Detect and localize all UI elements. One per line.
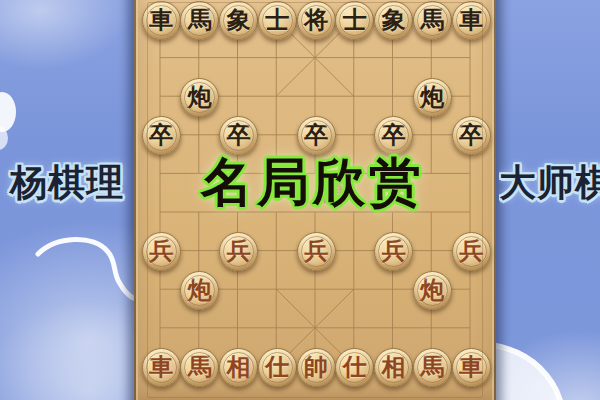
piece-glyph: 士 (343, 8, 367, 32)
piece-black-soldier[interactable]: 卒 (297, 116, 336, 155)
piece-glyph: 馬 (420, 355, 444, 379)
piece-glyph: 卒 (149, 123, 173, 147)
piece-glyph: 帥 (304, 355, 328, 379)
piece-black-general[interactable]: 将 (297, 1, 336, 40)
piece-glyph: 将 (304, 8, 328, 32)
piece-glyph: 炮 (188, 278, 212, 302)
piece-glyph: 卒 (382, 123, 406, 147)
piece-glyph: 卒 (459, 123, 483, 147)
piece-black-chariot[interactable]: 車 (142, 1, 181, 40)
piece-glyph: 馬 (420, 8, 444, 32)
piece-glyph: 卒 (227, 123, 251, 147)
piece-glyph: 象 (382, 8, 406, 32)
piece-glyph: 車 (459, 8, 483, 32)
piece-glyph: 兵 (459, 239, 483, 263)
piece-black-horse[interactable]: 馬 (413, 1, 452, 40)
piece-red-chariot[interactable]: 車 (142, 348, 181, 387)
piece-black-cannon[interactable]: 炮 (180, 78, 219, 117)
piece-red-horse[interactable]: 馬 (413, 348, 452, 387)
piece-red-horse[interactable]: 馬 (180, 348, 219, 387)
board-grid (136, 0, 494, 400)
piece-glyph: 炮 (420, 278, 444, 302)
piece-glyph: 兵 (227, 239, 251, 263)
piece-glyph: 相 (382, 355, 406, 379)
piece-black-soldier[interactable]: 卒 (452, 116, 491, 155)
piece-red-cannon[interactable]: 炮 (180, 271, 219, 310)
piece-glyph: 兵 (149, 239, 173, 263)
piece-red-elephant[interactable]: 相 (374, 348, 413, 387)
grid-lines (160, 19, 470, 366)
piece-black-advisor[interactable]: 士 (258, 1, 297, 40)
piece-black-chariot[interactable]: 車 (452, 1, 491, 40)
left-caption: 杨棋理 (10, 158, 124, 208)
piece-red-soldier[interactable]: 兵 (142, 232, 181, 271)
piece-black-cannon[interactable]: 炮 (413, 78, 452, 117)
piece-black-advisor[interactable]: 士 (335, 1, 374, 40)
piece-black-elephant[interactable]: 象 (219, 1, 258, 40)
piece-red-cannon[interactable]: 炮 (413, 271, 452, 310)
piece-glyph: 相 (227, 355, 251, 379)
cloud-haze-top-left (0, 0, 130, 70)
cloud-haze-bottom-right (480, 330, 600, 400)
piece-red-elephant[interactable]: 相 (219, 348, 258, 387)
piece-red-soldier[interactable]: 兵 (297, 232, 336, 271)
piece-red-advisor[interactable]: 仕 (335, 348, 374, 387)
piece-red-soldier[interactable]: 兵 (219, 232, 258, 271)
piece-glyph: 馬 (188, 355, 212, 379)
piece-glyph: 仕 (343, 355, 367, 379)
piece-glyph: 車 (459, 355, 483, 379)
piece-black-horse[interactable]: 馬 (180, 1, 219, 40)
piece-glyph: 象 (227, 8, 251, 32)
piece-glyph: 卒 (304, 123, 328, 147)
piece-red-soldier[interactable]: 兵 (374, 232, 413, 271)
right-caption: 大师棋 (499, 158, 600, 208)
piece-glyph: 炮 (188, 85, 212, 109)
piece-glyph: 炮 (420, 85, 444, 109)
xiangqi-board[interactable]: 車馬象士将士象馬車炮炮卒卒卒卒卒兵兵兵兵兵炮炮車馬相仕帥仕相馬車 (134, 0, 496, 400)
piece-glyph: 仕 (265, 355, 289, 379)
piece-black-elephant[interactable]: 象 (374, 1, 413, 40)
piece-glyph: 士 (265, 8, 289, 32)
piece-glyph: 車 (149, 355, 173, 379)
screenshot-stage: 車馬象士将士象馬車炮炮卒卒卒卒卒兵兵兵兵兵炮炮車馬相仕帥仕相馬車 萬 杨棋理 名… (0, 0, 600, 400)
piece-red-chariot[interactable]: 車 (452, 348, 491, 387)
piece-glyph: 兵 (382, 239, 406, 263)
piece-red-general[interactable]: 帥 (297, 348, 336, 387)
piece-red-soldier[interactable]: 兵 (452, 232, 491, 271)
piece-glyph: 馬 (188, 8, 212, 32)
piece-glyph: 車 (149, 8, 173, 32)
piece-red-advisor[interactable]: 仕 (258, 348, 297, 387)
piece-glyph: 兵 (304, 239, 328, 263)
piece-black-soldier[interactable]: 卒 (142, 116, 181, 155)
